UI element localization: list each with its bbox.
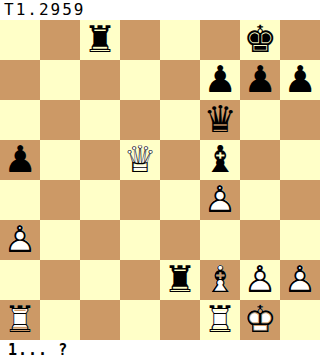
square-b3[interactable] bbox=[40, 220, 80, 260]
square-b8[interactable] bbox=[40, 20, 80, 60]
piece-glyph: ♟ bbox=[240, 60, 280, 100]
piece-black-pawn-f7[interactable]: ♟ bbox=[200, 60, 240, 100]
piece-outline-glyph: ♙ bbox=[0, 220, 40, 260]
square-a4[interactable] bbox=[0, 180, 40, 220]
piece-black-king-g8[interactable]: ♚ bbox=[240, 20, 280, 60]
square-d2[interactable] bbox=[120, 260, 160, 300]
square-h6[interactable] bbox=[280, 100, 320, 140]
square-a8[interactable] bbox=[0, 20, 40, 60]
square-a3[interactable]: ♟♙ bbox=[0, 220, 40, 260]
puzzle-id-label: T1.2959 bbox=[0, 0, 320, 20]
square-e7[interactable] bbox=[160, 60, 200, 100]
square-e1[interactable] bbox=[160, 300, 200, 340]
piece-glyph: ♟ bbox=[200, 60, 240, 100]
piece-glyph: ♜ bbox=[160, 260, 200, 300]
piece-white-bishop-f2[interactable]: ♝♗ bbox=[200, 260, 240, 300]
square-c6[interactable] bbox=[80, 100, 120, 140]
piece-white-rook-a1[interactable]: ♜♖ bbox=[0, 300, 40, 340]
square-f3[interactable] bbox=[200, 220, 240, 260]
square-a1[interactable]: ♜♖ bbox=[0, 300, 40, 340]
square-g1[interactable]: ♚♔ bbox=[240, 300, 280, 340]
square-d7[interactable] bbox=[120, 60, 160, 100]
square-d4[interactable] bbox=[120, 180, 160, 220]
square-e8[interactable] bbox=[160, 20, 200, 60]
square-c4[interactable] bbox=[80, 180, 120, 220]
square-f5[interactable]: ♝ bbox=[200, 140, 240, 180]
square-a7[interactable] bbox=[0, 60, 40, 100]
square-b6[interactable] bbox=[40, 100, 80, 140]
move-prompt-label: 1... ? bbox=[0, 340, 320, 360]
square-e6[interactable] bbox=[160, 100, 200, 140]
piece-glyph: ♟ bbox=[280, 60, 320, 100]
square-f1[interactable]: ♜♖ bbox=[200, 300, 240, 340]
piece-outline-glyph: ♙ bbox=[280, 260, 320, 300]
piece-black-pawn-a5[interactable]: ♟ bbox=[0, 140, 40, 180]
piece-white-pawn-g2[interactable]: ♟♙ bbox=[240, 260, 280, 300]
piece-glyph: ♜ bbox=[80, 20, 120, 60]
square-d5[interactable]: ♛♕ bbox=[120, 140, 160, 180]
square-b2[interactable] bbox=[40, 260, 80, 300]
square-c1[interactable] bbox=[80, 300, 120, 340]
piece-glyph: ♟ bbox=[0, 140, 40, 180]
square-e5[interactable] bbox=[160, 140, 200, 180]
square-h7[interactable]: ♟ bbox=[280, 60, 320, 100]
square-a5[interactable]: ♟ bbox=[0, 140, 40, 180]
square-h8[interactable] bbox=[280, 20, 320, 60]
square-g5[interactable] bbox=[240, 140, 280, 180]
square-h5[interactable] bbox=[280, 140, 320, 180]
square-f7[interactable]: ♟ bbox=[200, 60, 240, 100]
square-b1[interactable] bbox=[40, 300, 80, 340]
piece-black-bishop-f5[interactable]: ♝ bbox=[200, 140, 240, 180]
piece-white-rook-f1[interactable]: ♜♖ bbox=[200, 300, 240, 340]
square-g6[interactable] bbox=[240, 100, 280, 140]
square-e4[interactable] bbox=[160, 180, 200, 220]
square-c8[interactable]: ♜ bbox=[80, 20, 120, 60]
square-b7[interactable] bbox=[40, 60, 80, 100]
square-h3[interactable] bbox=[280, 220, 320, 260]
square-f8[interactable] bbox=[200, 20, 240, 60]
square-h4[interactable] bbox=[280, 180, 320, 220]
chess-board: ♜♚♟♟♟♛♟♛♕♝♟♙♟♙♜♝♗♟♙♟♙♜♖♜♖♚♔ bbox=[0, 20, 320, 340]
square-d1[interactable] bbox=[120, 300, 160, 340]
square-d3[interactable] bbox=[120, 220, 160, 260]
piece-outline-glyph: ♗ bbox=[200, 260, 240, 300]
chess-puzzle-window: T1.2959 ♜♚♟♟♟♛♟♛♕♝♟♙♟♙♜♝♗♟♙♟♙♜♖♜♖♚♔ 1...… bbox=[0, 0, 320, 360]
square-b4[interactable] bbox=[40, 180, 80, 220]
piece-white-pawn-h2[interactable]: ♟♙ bbox=[280, 260, 320, 300]
piece-glyph: ♝ bbox=[200, 140, 240, 180]
square-d6[interactable] bbox=[120, 100, 160, 140]
square-g8[interactable]: ♚ bbox=[240, 20, 280, 60]
square-c5[interactable] bbox=[80, 140, 120, 180]
piece-black-rook-c8[interactable]: ♜ bbox=[80, 20, 120, 60]
square-e3[interactable] bbox=[160, 220, 200, 260]
square-d8[interactable] bbox=[120, 20, 160, 60]
square-g7[interactable]: ♟ bbox=[240, 60, 280, 100]
square-c3[interactable] bbox=[80, 220, 120, 260]
piece-outline-glyph: ♖ bbox=[200, 300, 240, 340]
piece-white-king-g1[interactable]: ♚♔ bbox=[240, 300, 280, 340]
square-b5[interactable] bbox=[40, 140, 80, 180]
square-g3[interactable] bbox=[240, 220, 280, 260]
piece-white-queen-d5[interactable]: ♛♕ bbox=[120, 140, 160, 180]
square-g4[interactable] bbox=[240, 180, 280, 220]
square-a2[interactable] bbox=[0, 260, 40, 300]
square-e2[interactable]: ♜ bbox=[160, 260, 200, 300]
square-h2[interactable]: ♟♙ bbox=[280, 260, 320, 300]
square-c2[interactable] bbox=[80, 260, 120, 300]
square-f2[interactable]: ♝♗ bbox=[200, 260, 240, 300]
piece-outline-glyph: ♙ bbox=[200, 180, 240, 220]
square-h1[interactable] bbox=[280, 300, 320, 340]
piece-outline-glyph: ♔ bbox=[240, 300, 280, 340]
piece-black-pawn-h7[interactable]: ♟ bbox=[280, 60, 320, 100]
piece-black-rook-e2[interactable]: ♜ bbox=[160, 260, 200, 300]
piece-black-pawn-g7[interactable]: ♟ bbox=[240, 60, 280, 100]
square-f4[interactable]: ♟♙ bbox=[200, 180, 240, 220]
square-g2[interactable]: ♟♙ bbox=[240, 260, 280, 300]
square-f6[interactable]: ♛ bbox=[200, 100, 240, 140]
piece-glyph: ♚ bbox=[240, 20, 280, 60]
square-c7[interactable] bbox=[80, 60, 120, 100]
piece-white-pawn-a3[interactable]: ♟♙ bbox=[0, 220, 40, 260]
piece-outline-glyph: ♖ bbox=[0, 300, 40, 340]
piece-outline-glyph: ♙ bbox=[240, 260, 280, 300]
square-a6[interactable] bbox=[0, 100, 40, 140]
piece-white-pawn-f4[interactable]: ♟♙ bbox=[200, 180, 240, 220]
piece-glyph: ♛ bbox=[200, 100, 240, 140]
piece-outline-glyph: ♕ bbox=[120, 140, 160, 180]
piece-black-queen-f6[interactable]: ♛ bbox=[200, 100, 240, 140]
